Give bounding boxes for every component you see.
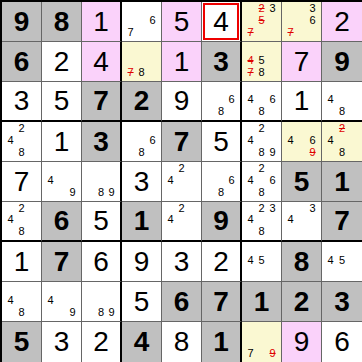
cell-r5c1[interactable]: 7: [2, 162, 42, 202]
cell-r2c4[interactable]: 78: [122, 42, 162, 82]
candidate-9: 9: [267, 146, 278, 158]
cell-r4c7[interactable]: 2489: [242, 122, 282, 162]
candidate-7-eliminated: 7: [125, 66, 136, 78]
candidate-grid: 4578: [245, 43, 278, 78]
cell-r9c2[interactable]: 3: [42, 322, 82, 362]
candidate-4: 4: [245, 94, 256, 105]
solved-digit: 3: [134, 168, 150, 196]
solved-digit: 2: [54, 48, 70, 76]
candidate-7-eliminated: 7: [245, 66, 256, 78]
solved-digit: 3: [54, 328, 70, 356]
candidate-grid: 24: [165, 163, 198, 198]
cell-r3c6[interactable]: 68: [202, 82, 242, 122]
cell-r3c3[interactable]: 7: [82, 82, 122, 122]
cell-r7c8[interactable]: 8: [282, 242, 322, 282]
candidate-7-eliminated: 7: [245, 26, 256, 38]
candidate-grid: 469: [285, 123, 318, 158]
candidate-2-eliminated: 2: [256, 3, 267, 15]
cell-r3c8[interactable]: 1: [282, 82, 322, 122]
candidate-2: 2: [176, 163, 187, 175]
candidate-8: 8: [256, 66, 267, 78]
solved-digit: 6: [93, 248, 109, 276]
cell-r6c2[interactable]: 6: [42, 202, 82, 242]
given-digit: 1: [254, 288, 270, 316]
candidate-grid: 79: [245, 323, 278, 359]
cell-r2c3[interactable]: 4: [82, 42, 122, 82]
given-digit: 5: [294, 168, 310, 196]
cell-r8c1[interactable]: 48: [2, 282, 42, 322]
candidate-8: 8: [136, 66, 147, 78]
given-digit: 6: [54, 207, 70, 235]
cell-r1c5[interactable]: 5: [162, 2, 202, 42]
given-digit: 8: [54, 8, 70, 36]
candidate-8: 8: [136, 146, 147, 158]
cell-r3c5[interactable]: 9: [162, 82, 202, 122]
cell-r9c7[interactable]: 79: [242, 322, 282, 362]
cell-r1c8[interactable]: 367: [282, 2, 322, 42]
cell-r7c3[interactable]: 6: [82, 242, 122, 282]
solved-digit: 5: [93, 207, 109, 235]
candidate-2: 2: [256, 163, 267, 175]
candidate-4: 4: [325, 94, 336, 105]
cell-r1c4[interactable]: 67: [122, 2, 162, 42]
given-digit: 9: [213, 207, 229, 235]
given-digit: 2: [294, 288, 310, 316]
cell-r6c5[interactable]: 24: [162, 202, 202, 242]
candidate-4-eliminated: 4: [245, 55, 256, 67]
candidate-8: 8: [16, 306, 27, 318]
candidate-3: 3: [307, 3, 318, 15]
given-digit: 1: [334, 168, 350, 196]
candidate-4: 4: [245, 255, 256, 267]
candidate-grid: 89: [85, 163, 117, 198]
cell-r8c3[interactable]: 89: [82, 282, 122, 322]
solved-digit: 7: [294, 48, 310, 76]
cell-r7c4[interactable]: 9: [122, 242, 162, 282]
candidate-8: 8: [336, 146, 347, 158]
cell-r1c3[interactable]: 1: [82, 2, 122, 42]
candidate-grid: 2468: [245, 163, 278, 198]
cell-r5c5[interactable]: 24: [162, 162, 202, 202]
candidate-5: 5: [256, 55, 267, 67]
candidate-4: 4: [165, 175, 176, 187]
candidate-grid: 2348: [245, 203, 278, 237]
cell-r7c5[interactable]: 3: [162, 242, 202, 282]
solved-digit: 9: [294, 328, 310, 356]
cell-r4c9[interactable]: 248: [322, 122, 362, 162]
given-digit: 7: [334, 207, 350, 235]
cell-r3c2[interactable]: 5: [42, 82, 82, 122]
given-digit: 3: [213, 48, 229, 76]
cell-r5c6[interactable]: 68: [202, 162, 242, 202]
solved-digit: 1: [14, 248, 30, 276]
candidate-6: 6: [147, 15, 158, 27]
cell-r8c9[interactable]: 3: [322, 282, 362, 322]
solved-digit: 3: [14, 87, 30, 115]
solved-digit: 2: [213, 248, 229, 276]
candidate-8: 8: [256, 226, 267, 237]
candidate-2: 2: [256, 123, 267, 135]
cell-r1c9[interactable]: 2: [322, 2, 362, 42]
cell-r2c7[interactable]: 4578: [242, 42, 282, 82]
solved-digit: 9: [134, 248, 150, 276]
cell-r6c4[interactable]: 1: [122, 202, 162, 242]
cell-r5c8[interactable]: 5: [282, 162, 322, 202]
cell-r2c8[interactable]: 7: [282, 42, 322, 82]
candidate-8: 8: [256, 146, 267, 158]
candidate-grid: 248: [5, 203, 38, 237]
given-digit: 9: [14, 8, 30, 36]
candidate-grid: 367: [285, 3, 318, 38]
solved-digit: 6: [334, 328, 350, 356]
given-digit: 7: [174, 128, 190, 156]
cell-r3c7[interactable]: 468: [242, 82, 282, 122]
given-digit: 7: [213, 288, 229, 316]
given-digit: 9: [334, 48, 350, 76]
solved-digit: 3: [174, 248, 190, 276]
given-digit: 3: [334, 288, 350, 316]
cell-r5c4[interactable]: 3: [122, 162, 162, 202]
candidate-grid: 248: [5, 123, 38, 158]
candidate-8: 8: [256, 186, 267, 198]
cell-r6c8[interactable]: 34: [282, 202, 322, 242]
candidate-6: 6: [226, 175, 237, 187]
candidate-5: 5: [256, 255, 267, 267]
solved-digit: 4: [93, 48, 109, 76]
solved-digit: 2: [93, 328, 109, 356]
cell-r7c9[interactable]: 45: [322, 242, 362, 282]
solved-digit: 2: [334, 8, 350, 36]
cell-r2c5[interactable]: 1: [162, 42, 202, 82]
given-digit: 7: [54, 248, 70, 276]
cell-r1c7[interactable]: 2357: [242, 2, 282, 42]
candidate-4: 4: [45, 295, 56, 307]
cell-r9c3[interactable]: 2: [82, 322, 122, 362]
cell-r2c2[interactable]: 2: [42, 42, 82, 82]
given-digit: 5: [14, 328, 30, 356]
candidate-6: 6: [307, 15, 318, 27]
cell-r4c3[interactable]: 3: [82, 122, 122, 162]
candidate-grid: 2357: [245, 3, 278, 38]
cell-r7c2[interactable]: 7: [42, 242, 82, 282]
solved-digit: 1: [93, 8, 109, 36]
solved-digit: 4: [213, 8, 229, 36]
candidate-4: 4: [285, 135, 296, 147]
solved-digit: 5: [174, 8, 190, 36]
candidate-8: 8: [216, 106, 227, 117]
cell-r6c7[interactable]: 2348: [242, 202, 282, 242]
solved-digit: 5: [134, 288, 150, 316]
candidate-4: 4: [285, 214, 296, 225]
candidate-7: 7: [125, 26, 136, 38]
cell-r8c6[interactable]: 7: [202, 282, 242, 322]
cell-r9c8[interactable]: 9: [282, 322, 322, 362]
cell-r2c6[interactable]: 3: [202, 42, 242, 82]
candidate-grid: 68: [205, 83, 237, 117]
cell-r7c6[interactable]: 2: [202, 242, 242, 282]
candidate-6: 6: [307, 135, 318, 147]
candidate-grid: 68: [205, 163, 237, 198]
cell-r5c2[interactable]: 49: [42, 162, 82, 202]
candidate-4: 4: [165, 214, 176, 225]
cell-r8c8[interactable]: 2: [282, 282, 322, 322]
given-digit: 2: [134, 87, 150, 115]
cell-r4c5[interactable]: 7: [162, 122, 202, 162]
candidate-9: 9: [106, 306, 117, 318]
cell-r5c9[interactable]: 1: [322, 162, 362, 202]
candidate-6: 6: [267, 175, 278, 187]
sudoku-board: 9816754235736726247813457879357296846814…: [0, 0, 362, 362]
solved-digit: 5: [213, 128, 229, 156]
cell-r9c5[interactable]: 8: [162, 322, 202, 362]
candidate-9: 9: [106, 186, 117, 198]
cell-r6c3[interactable]: 5: [82, 202, 122, 242]
solved-digit: 1: [294, 87, 310, 115]
candidate-9: 9: [67, 306, 78, 318]
cell-r8c2[interactable]: 49: [42, 282, 82, 322]
candidate-grid: 48: [325, 83, 359, 117]
candidate-2: 2: [16, 123, 27, 135]
candidate-7-eliminated: 7: [285, 26, 296, 38]
candidate-grid: 248: [325, 123, 359, 158]
cell-r2c9[interactable]: 9: [322, 42, 362, 82]
candidate-4: 4: [5, 214, 16, 225]
given-digit: 7: [93, 87, 109, 115]
candidate-6: 6: [226, 94, 237, 105]
candidate-grid: 34: [285, 203, 318, 237]
cell-r1c1[interactable]: 9: [2, 2, 42, 42]
candidate-5: 5: [336, 255, 347, 267]
candidate-4: 4: [5, 135, 16, 147]
cell-r5c7[interactable]: 2468: [242, 162, 282, 202]
candidate-8: 8: [336, 106, 347, 117]
cell-r6c9[interactable]: 7: [322, 202, 362, 242]
candidate-8: 8: [16, 226, 27, 237]
solved-digit: 9: [174, 87, 190, 115]
candidate-4: 4: [5, 295, 16, 307]
cell-r9c6[interactable]: 1: [202, 322, 242, 362]
candidate-8: 8: [16, 146, 27, 158]
cell-r1c6[interactable]: 4: [202, 2, 242, 42]
candidate-2: 2: [16, 203, 27, 214]
cell-r8c4[interactable]: 5: [122, 282, 162, 322]
candidate-grid: 45: [325, 243, 359, 278]
candidate-2: 2: [256, 203, 267, 214]
candidate-3: 3: [307, 203, 318, 214]
given-digit: 1: [134, 207, 150, 235]
cell-r1c2[interactable]: 8: [42, 2, 82, 42]
solved-digit: 8: [174, 328, 190, 356]
candidate-grid: 68: [125, 123, 158, 158]
candidate-5-eliminated: 5: [256, 15, 267, 27]
cell-r7c7[interactable]: 45: [242, 242, 282, 282]
cell-r6c1[interactable]: 248: [2, 202, 42, 242]
candidate-grid: 49: [45, 163, 78, 198]
candidate-6: 6: [267, 94, 278, 105]
cell-r8c7[interactable]: 1: [242, 282, 282, 322]
candidate-grid: 89: [85, 283, 117, 318]
cell-r2c1[interactable]: 6: [2, 42, 42, 82]
candidate-4: 4: [325, 135, 336, 147]
candidate-2: 2: [176, 203, 187, 214]
candidate-7: 7: [245, 347, 256, 359]
candidate-9-eliminated: 9: [307, 146, 318, 158]
candidate-4: 4: [325, 255, 336, 267]
candidate-4: 4: [245, 175, 256, 187]
candidate-9-eliminated: 9: [267, 347, 278, 359]
cell-r4c2[interactable]: 1: [42, 122, 82, 162]
given-digit: 8: [294, 248, 310, 276]
cell-r5c3[interactable]: 89: [82, 162, 122, 202]
cell-r3c9[interactable]: 48: [322, 82, 362, 122]
cell-r3c4[interactable]: 2: [122, 82, 162, 122]
cell-r9c1[interactable]: 5: [2, 322, 42, 362]
solved-digit: 1: [174, 48, 190, 76]
candidate-grid: 78: [125, 43, 158, 78]
candidate-4: 4: [45, 175, 56, 187]
solved-digit: 7: [14, 168, 30, 196]
cell-r4c1[interactable]: 248: [2, 122, 42, 162]
candidate-8: 8: [96, 306, 107, 318]
cell-r4c6[interactable]: 5: [202, 122, 242, 162]
candidate-grid: 24: [165, 203, 198, 237]
cell-r6c6[interactable]: 9: [202, 202, 242, 242]
given-digit: 6: [14, 48, 30, 76]
candidate-9: 9: [67, 186, 78, 198]
candidate-8: 8: [96, 186, 107, 198]
cell-r9c9[interactable]: 6: [322, 322, 362, 362]
candidate-grid: 48: [5, 283, 38, 318]
cell-r8c5[interactable]: 6: [162, 282, 202, 322]
cell-r4c8[interactable]: 469: [282, 122, 322, 162]
solved-digit: 1: [54, 128, 70, 156]
cell-r7c1[interactable]: 1: [2, 242, 42, 282]
candidate-grid: 468: [245, 83, 278, 117]
given-digit: 1: [213, 328, 229, 356]
candidate-3: 3: [267, 3, 278, 15]
given-digit: 3: [93, 128, 109, 156]
cell-r3c1[interactable]: 3: [2, 82, 42, 122]
candidate-grid: 45: [245, 243, 278, 278]
candidate-grid: 67: [125, 3, 158, 38]
candidate-4: 4: [245, 214, 256, 225]
given-digit: 4: [134, 328, 150, 356]
candidate-8: 8: [256, 106, 267, 117]
given-digit: 6: [174, 288, 190, 316]
candidate-4: 4: [245, 135, 256, 147]
candidate-6: 6: [147, 135, 158, 147]
candidate-grid: 49: [45, 283, 78, 318]
candidate-8: 8: [216, 186, 227, 198]
candidate-grid: 2489: [245, 123, 278, 158]
solved-digit: 5: [54, 87, 70, 115]
cell-r4c4[interactable]: 68: [122, 122, 162, 162]
candidate-3: 3: [267, 203, 278, 214]
cell-r9c4[interactable]: 4: [122, 322, 162, 362]
candidate-2-eliminated: 2: [336, 123, 347, 135]
